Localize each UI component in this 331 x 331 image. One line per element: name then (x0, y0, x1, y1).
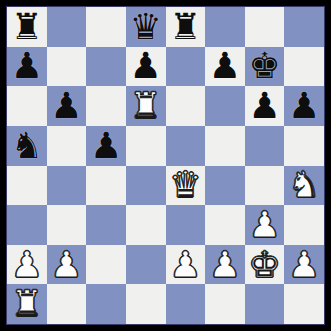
square-h7[interactable] (284, 47, 324, 87)
white-knight-h4: ♞ (288, 167, 320, 203)
square-f2[interactable]: ♟ (205, 245, 245, 285)
square-c5[interactable]: ♟ (86, 126, 126, 166)
square-a1[interactable]: ♜ (7, 284, 47, 324)
square-d1[interactable] (126, 284, 166, 324)
square-e3[interactable] (166, 205, 206, 245)
square-h1[interactable] (284, 284, 324, 324)
square-b1[interactable] (47, 284, 87, 324)
black-pawn-c5: ♟ (90, 128, 122, 164)
white-pawn-a2: ♟ (11, 247, 43, 283)
square-b2[interactable]: ♟ (47, 245, 87, 285)
square-d2[interactable] (126, 245, 166, 285)
square-c2[interactable] (86, 245, 126, 285)
square-c8[interactable] (86, 7, 126, 47)
square-a7[interactable]: ♟ (7, 47, 47, 87)
square-b5[interactable] (47, 126, 87, 166)
square-a3[interactable] (7, 205, 47, 245)
square-f6[interactable] (205, 86, 245, 126)
black-rook-e8: ♜ (169, 9, 201, 45)
square-h4[interactable]: ♞ (284, 166, 324, 206)
square-f4[interactable] (205, 166, 245, 206)
square-f3[interactable] (205, 205, 245, 245)
square-g6[interactable]: ♟ (245, 86, 285, 126)
square-g1[interactable] (245, 284, 285, 324)
square-b3[interactable] (47, 205, 87, 245)
square-e4[interactable]: ♛ (166, 166, 206, 206)
white-pawn-g3: ♟ (248, 207, 280, 243)
square-b8[interactable] (47, 7, 87, 47)
square-c6[interactable] (86, 86, 126, 126)
square-h8[interactable] (284, 7, 324, 47)
square-g3[interactable]: ♟ (245, 205, 285, 245)
black-rook-a8: ♜ (11, 9, 43, 45)
square-g7[interactable]: ♚ (245, 47, 285, 87)
white-pawn-b2: ♟ (50, 247, 82, 283)
square-g5[interactable] (245, 126, 285, 166)
square-d6[interactable]: ♜ (126, 86, 166, 126)
board-frame: ♜♛♜♟♟♟♚♟♜♟♟♞♟♛♞♟♟♟♟♟♚♟♜ (0, 0, 331, 331)
chess-board: ♜♛♜♟♟♟♚♟♜♟♟♞♟♛♞♟♟♟♟♟♚♟♜ (6, 6, 325, 325)
black-queen-d8: ♛ (130, 9, 162, 45)
square-b7[interactable] (47, 47, 87, 87)
square-g2[interactable]: ♚ (245, 245, 285, 285)
square-d3[interactable] (126, 205, 166, 245)
black-pawn-g6: ♟ (248, 88, 280, 124)
white-pawn-e2: ♟ (169, 247, 201, 283)
square-g4[interactable] (245, 166, 285, 206)
black-pawn-b6: ♟ (50, 88, 82, 124)
square-a2[interactable]: ♟ (7, 245, 47, 285)
black-knight-a5: ♞ (11, 128, 43, 164)
square-a8[interactable]: ♜ (7, 7, 47, 47)
square-c3[interactable] (86, 205, 126, 245)
black-pawn-a7: ♟ (11, 48, 43, 84)
square-f7[interactable]: ♟ (205, 47, 245, 87)
square-c4[interactable] (86, 166, 126, 206)
white-rook-d6: ♜ (130, 88, 162, 124)
white-rook-a1: ♜ (11, 286, 43, 322)
square-h5[interactable] (284, 126, 324, 166)
square-d4[interactable] (126, 166, 166, 206)
square-e6[interactable] (166, 86, 206, 126)
square-e5[interactable] (166, 126, 206, 166)
square-h2[interactable]: ♟ (284, 245, 324, 285)
black-pawn-d7: ♟ (130, 48, 162, 84)
white-queen-e4: ♛ (169, 167, 201, 203)
square-c7[interactable] (86, 47, 126, 87)
black-pawn-f7: ♟ (209, 48, 241, 84)
square-d5[interactable] (126, 126, 166, 166)
square-b4[interactable] (47, 166, 87, 206)
square-a4[interactable] (7, 166, 47, 206)
square-c1[interactable] (86, 284, 126, 324)
black-pawn-h6: ♟ (288, 88, 320, 124)
square-h6[interactable]: ♟ (284, 86, 324, 126)
square-d8[interactable]: ♛ (126, 7, 166, 47)
square-a5[interactable]: ♞ (7, 126, 47, 166)
black-king-g7: ♚ (248, 48, 280, 84)
square-b6[interactable]: ♟ (47, 86, 87, 126)
square-f8[interactable] (205, 7, 245, 47)
square-g8[interactable] (245, 7, 285, 47)
square-e2[interactable]: ♟ (166, 245, 206, 285)
square-e1[interactable] (166, 284, 206, 324)
square-a6[interactable] (7, 86, 47, 126)
square-e8[interactable]: ♜ (166, 7, 206, 47)
square-f1[interactable] (205, 284, 245, 324)
white-pawn-h2: ♟ (288, 247, 320, 283)
square-d7[interactable]: ♟ (126, 47, 166, 87)
square-e7[interactable] (166, 47, 206, 87)
square-f5[interactable] (205, 126, 245, 166)
white-pawn-f2: ♟ (209, 247, 241, 283)
square-h3[interactable] (284, 205, 324, 245)
white-king-g2: ♚ (248, 247, 280, 283)
